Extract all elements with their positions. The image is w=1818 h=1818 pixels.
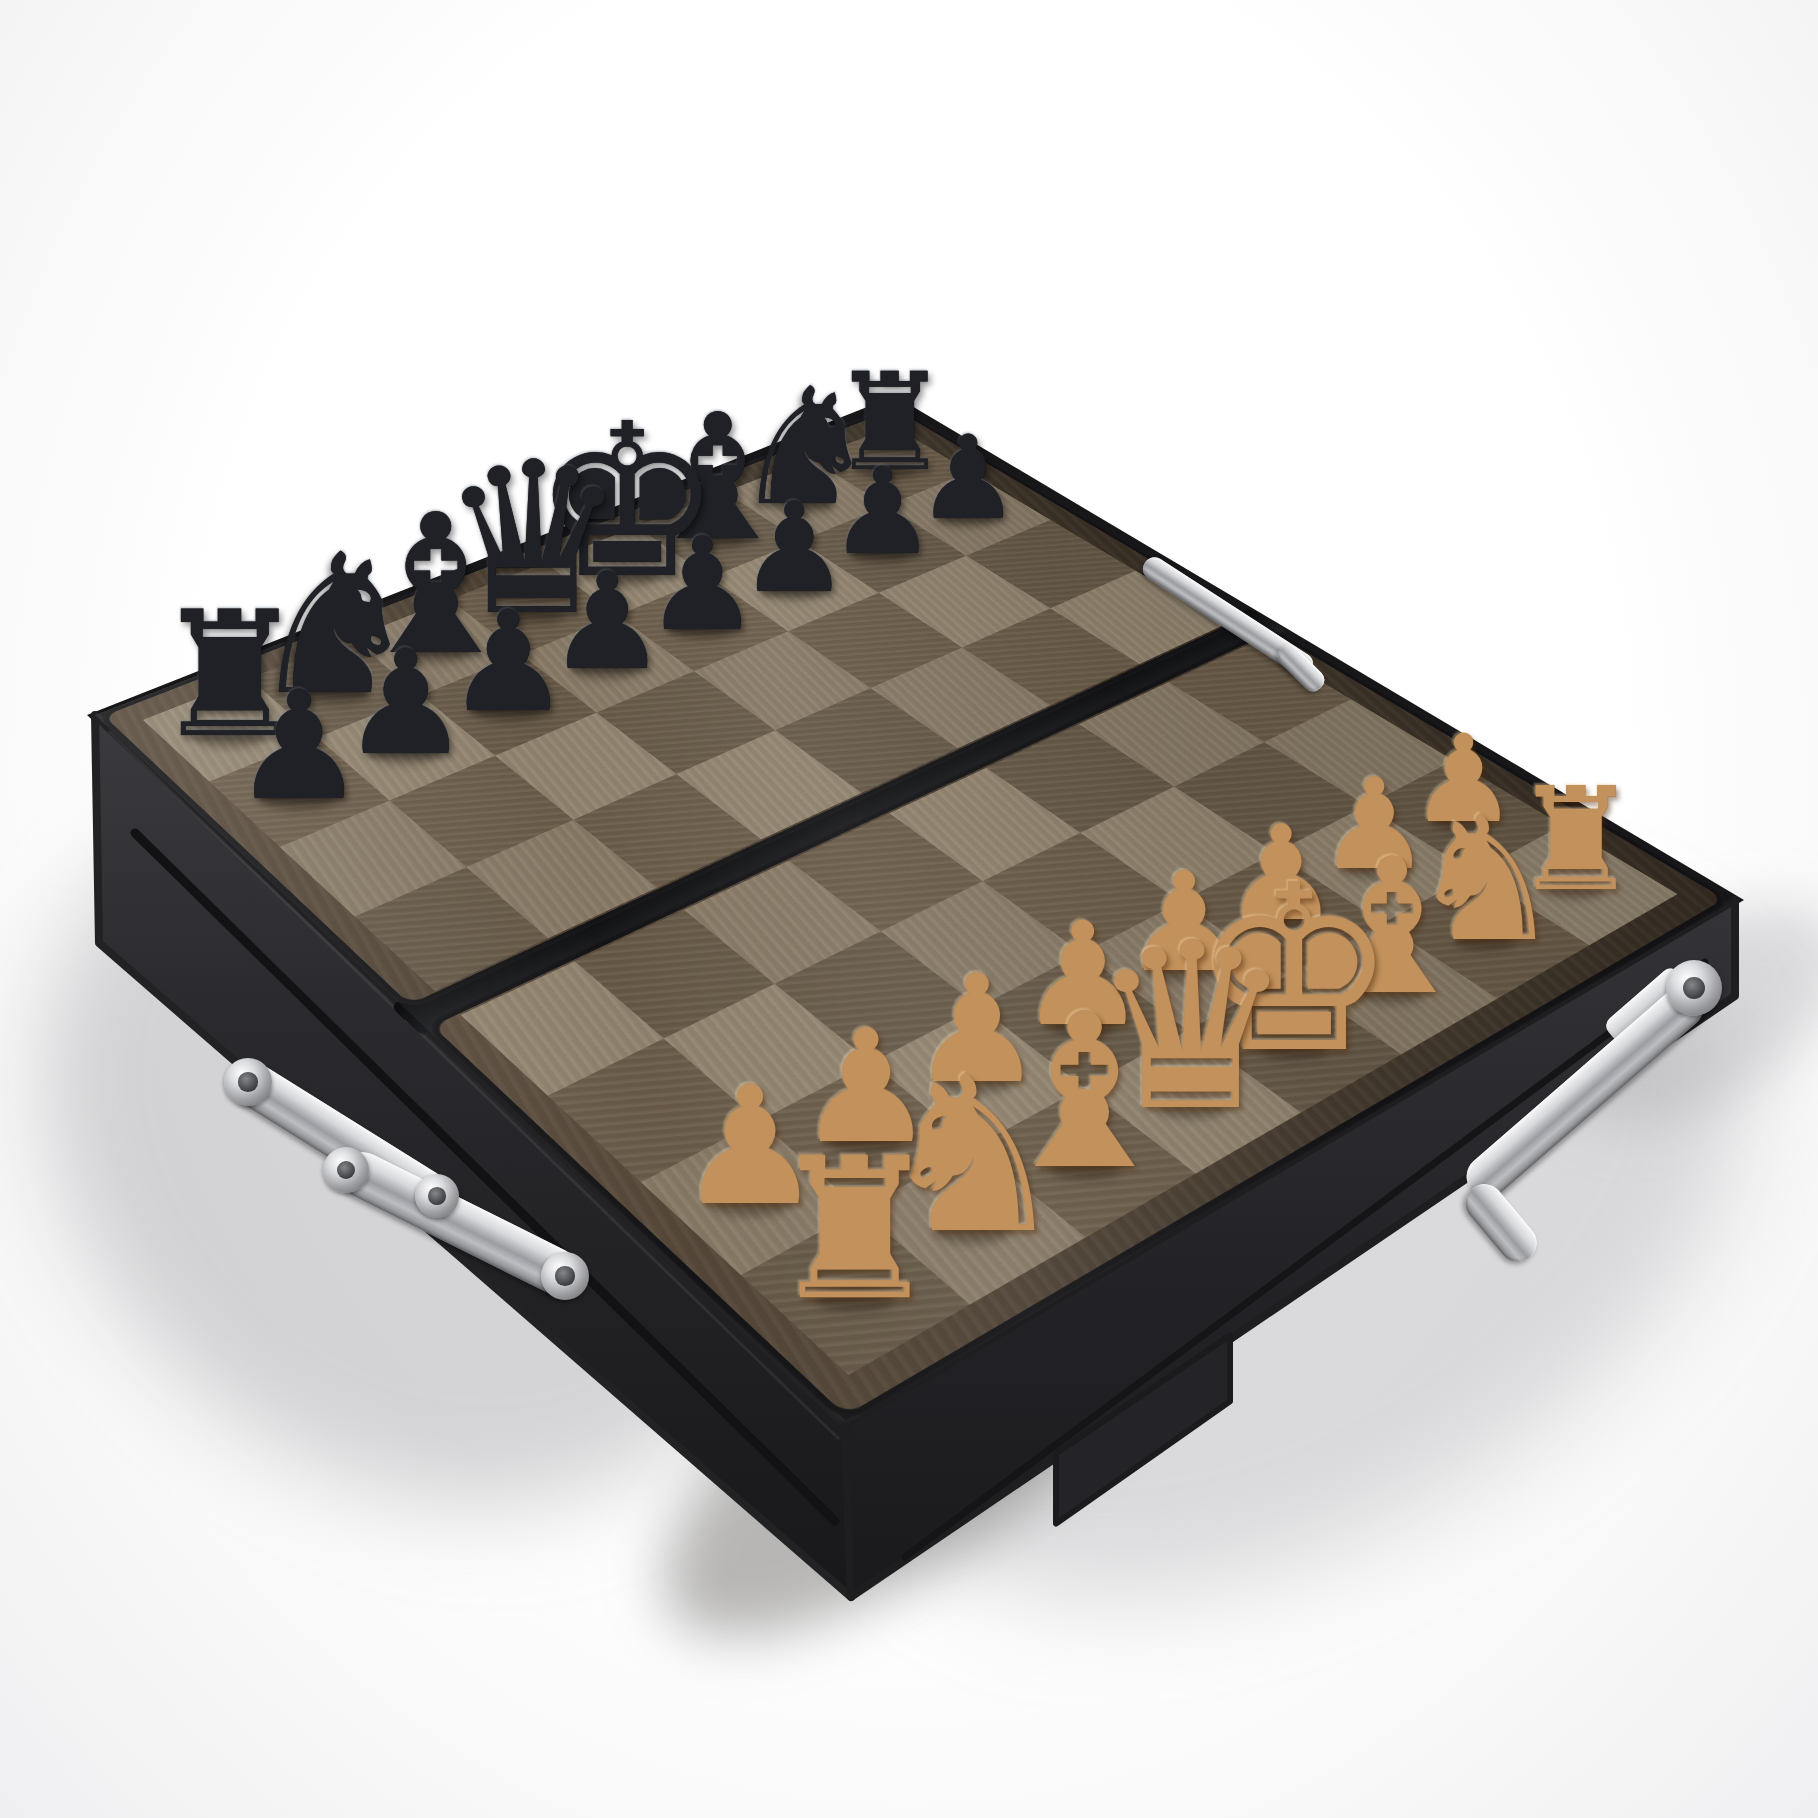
piece-white-rook-a1[interactable]: ♜ (747, 1132, 962, 1327)
piece-black-pawn-a7[interactable]: ♟ (216, 671, 381, 821)
left-handle-screw-4 (541, 1252, 589, 1300)
left-handle-screw-1 (224, 1058, 272, 1106)
right-handle-pivot-screw (1666, 960, 1722, 1016)
left-handle-screw-2 (323, 1147, 369, 1193)
product-photo-scene: ♜♞♟♝♟♚♟♛♟♝♟♞♟♜♟♟♟♟♜♟♞♟♝♟♚♟♛♟♝♟♞♜ (0, 0, 1818, 1818)
left-handle-screw-3 (415, 1174, 459, 1218)
